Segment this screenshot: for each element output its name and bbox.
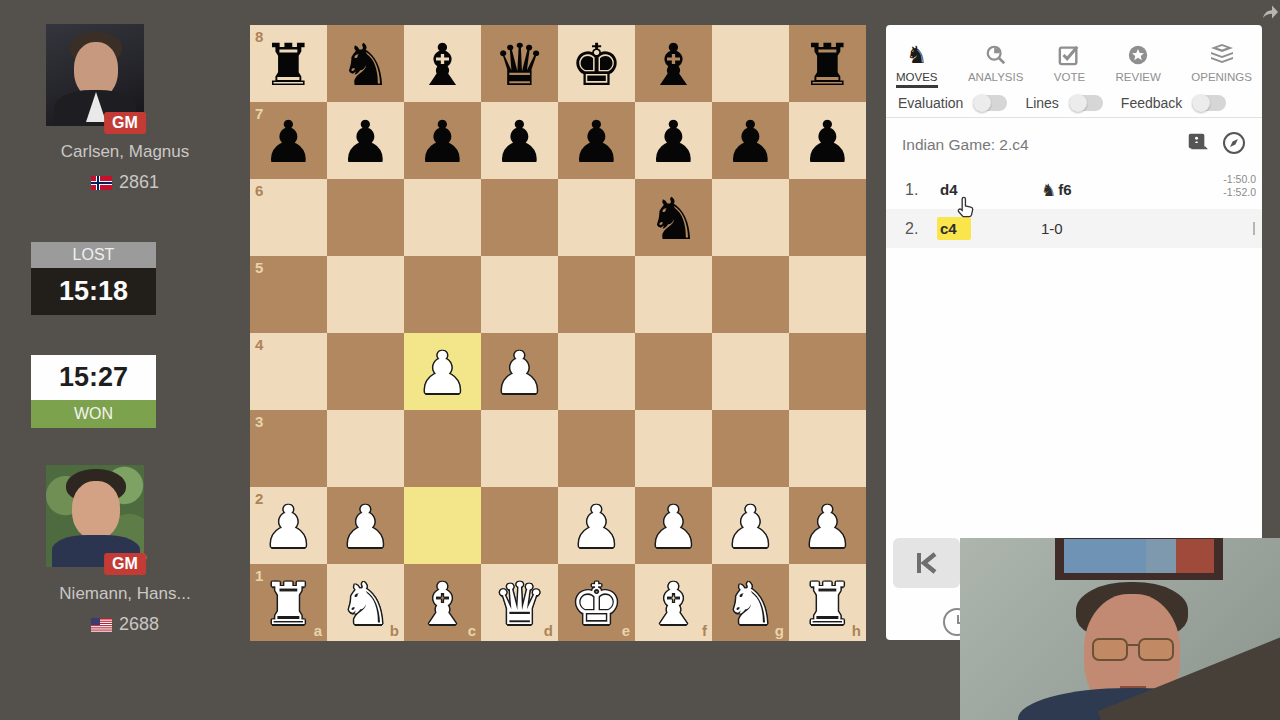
square-h3[interactable] [789, 410, 866, 487]
square-b6[interactable] [327, 179, 404, 256]
toggle-knob [1069, 94, 1087, 112]
rank-label: 4 [255, 336, 263, 353]
usa-flag-icon [91, 618, 112, 632]
collapse-panel-arrow-icon[interactable] [1262, 3, 1279, 25]
square-e7[interactable]: ♟ [558, 102, 635, 179]
toggle-row: Evaluation Lines Feedback [886, 88, 1262, 118]
square-c3[interactable] [404, 410, 481, 487]
black-knight-move-icon: ♞ [1041, 180, 1056, 200]
white-knight-piece: ♞ [327, 564, 404, 641]
square-f4[interactable] [635, 333, 712, 410]
compass-icon[interactable] [1222, 131, 1246, 159]
square-e3[interactable] [558, 410, 635, 487]
picture-frame [1055, 538, 1223, 580]
square-d7[interactable]: ♟ [481, 102, 558, 179]
tab-analysis[interactable]: ANALYSIS [968, 33, 1023, 88]
skip-to-start-icon [913, 551, 941, 575]
square-h8[interactable]: ♜ [789, 25, 866, 102]
square-f6[interactable]: ♞ [635, 179, 712, 256]
opening-book-icon[interactable] [1186, 131, 1208, 159]
white-rook-piece: ♜ [250, 564, 327, 641]
top-player-rating: 2861 [119, 172, 159, 193]
star-circle-icon [1127, 43, 1149, 67]
square-c6[interactable] [404, 179, 481, 256]
move-white-c4-selected[interactable]: c4 [937, 220, 1041, 237]
white-king-piece: ♚ [558, 564, 635, 641]
bottom-player-rating: 2688 [119, 614, 159, 635]
square-h6[interactable] [789, 179, 866, 256]
evaluation-toggle[interactable] [973, 95, 1007, 111]
square-d8[interactable]: ♛ [481, 25, 558, 102]
knight-icon: ♞ [906, 43, 928, 67]
top-player-result-badge: LOST [31, 242, 156, 268]
black-queen-piece: ♛ [481, 25, 558, 102]
square-e5[interactable] [558, 256, 635, 333]
bottom-player-clock: 15:27 WON [31, 355, 156, 428]
black-bishop-piece: ♝ [404, 25, 481, 102]
square-a2[interactable]: 2♟ [250, 487, 327, 564]
square-d4[interactable]: ♟ [481, 333, 558, 410]
square-b4[interactable] [327, 333, 404, 410]
white-pawn-piece: ♟ [789, 487, 866, 564]
square-e4[interactable] [558, 333, 635, 410]
bottom-player-name: Niemann, Hans... [0, 584, 250, 604]
streamer-glasses [1092, 638, 1174, 662]
square-h1[interactable]: h♜ [789, 564, 866, 641]
square-a1[interactable]: 1a♜ [250, 564, 327, 641]
white-pawn-piece: ♟ [558, 487, 635, 564]
square-c2[interactable] [404, 487, 481, 564]
tab-moves[interactable]: ♞ MOVES [896, 33, 938, 88]
evaluation-toggle-label: Evaluation [898, 95, 963, 111]
square-f8[interactable]: ♝ [635, 25, 712, 102]
black-rook-piece: ♜ [250, 25, 327, 102]
black-king-piece: ♚ [558, 25, 635, 102]
square-g7[interactable]: ♟ [712, 102, 789, 179]
bottom-player-photo [46, 465, 144, 567]
black-bishop-piece: ♝ [635, 25, 712, 102]
toggle-knob [973, 94, 991, 112]
square-d5[interactable] [481, 256, 558, 333]
square-e1[interactable]: e♚ [558, 564, 635, 641]
square-c5[interactable] [404, 256, 481, 333]
square-d2[interactable] [481, 487, 558, 564]
square-f1[interactable]: f♝ [635, 564, 712, 641]
square-g8[interactable] [712, 25, 789, 102]
hand-cursor-icon [955, 195, 978, 224]
feedback-toggle-label: Feedback [1121, 95, 1182, 111]
white-pawn-piece: ♟ [250, 487, 327, 564]
rank-label: 5 [255, 259, 263, 276]
square-a4[interactable]: 4 [250, 333, 327, 410]
white-queen-piece: ♛ [481, 564, 558, 641]
tab-review[interactable]: REVIEW [1115, 33, 1160, 88]
top-player-clock: LOST 15:18 [31, 242, 156, 315]
white-pawn-piece: ♟ [327, 487, 404, 564]
square-b3[interactable] [327, 410, 404, 487]
black-pawn-piece: ♟ [404, 102, 481, 179]
square-h4[interactable] [789, 333, 866, 410]
square-h7[interactable]: ♟ [789, 102, 866, 179]
movelist-scrollbar[interactable] [1253, 222, 1255, 235]
lines-toggle-label: Lines [1025, 95, 1058, 111]
square-h5[interactable] [789, 256, 866, 333]
square-h2[interactable]: ♟ [789, 487, 866, 564]
square-g5[interactable] [712, 256, 789, 333]
black-pawn-piece: ♟ [327, 102, 404, 179]
square-g1[interactable]: g♞ [712, 564, 789, 641]
move-white-d4[interactable]: d4 [937, 181, 1041, 198]
square-b8[interactable]: ♞ [327, 25, 404, 102]
square-d1[interactable]: d♛ [481, 564, 558, 641]
black-pawn-piece: ♟ [481, 102, 558, 179]
white-rook-piece: ♜ [789, 564, 866, 641]
white-pawn-piece: ♟ [635, 487, 712, 564]
square-f5[interactable] [635, 256, 712, 333]
square-b1[interactable]: b♞ [327, 564, 404, 641]
square-a7[interactable]: 7♟ [250, 102, 327, 179]
square-a6[interactable]: 6 [250, 179, 327, 256]
checkbox-icon [1058, 43, 1080, 67]
white-knight-piece: ♞ [712, 564, 789, 641]
square-g4[interactable] [712, 333, 789, 410]
square-d3[interactable] [481, 410, 558, 487]
square-f3[interactable] [635, 410, 712, 487]
books-stack-icon [1209, 43, 1235, 67]
move-row-1: 1. d4 ♞ f6 -1:50.0 -1:52.0 [886, 170, 1262, 209]
square-e8[interactable]: ♚ [558, 25, 635, 102]
square-b2[interactable]: ♟ [327, 487, 404, 564]
square-d6[interactable] [481, 179, 558, 256]
square-e6[interactable] [558, 179, 635, 256]
bottom-player-result-badge: WON [31, 400, 156, 428]
square-e2[interactable]: ♟ [558, 487, 635, 564]
game-result: 1-0 [1041, 220, 1262, 237]
square-a8[interactable]: 8♜ [250, 25, 327, 102]
square-b5[interactable] [327, 256, 404, 333]
white-bishop-piece: ♝ [404, 564, 481, 641]
bottom-player-title-badge: GM [104, 553, 146, 575]
white-pawn-piece: ♟ [481, 333, 558, 410]
black-knight-piece: ♞ [327, 25, 404, 102]
players-sidebar: GM Carlsen, Magnus 2861 LOST 15:18 15:27… [0, 0, 250, 720]
black-pawn-piece: ♟ [712, 102, 789, 179]
top-player-time: 15:18 [31, 268, 156, 315]
opening-name: Indian Game: 2.c4 [902, 136, 1186, 154]
rank-label: 3 [255, 413, 263, 430]
move-times: -1:50.0 -1:52.0 [1223, 173, 1256, 199]
square-g2[interactable]: ♟ [712, 487, 789, 564]
black-pawn-piece: ♟ [558, 102, 635, 179]
tab-openings[interactable]: OPENINGS [1191, 33, 1252, 88]
toggle-knob [1192, 94, 1210, 112]
tab-vote[interactable]: VOTE [1054, 33, 1085, 88]
square-a3[interactable]: 3 [250, 410, 327, 487]
square-a5[interactable]: 5 [250, 256, 327, 333]
lines-toggle[interactable] [1069, 95, 1103, 111]
panel-tabs: ♞ MOVES ANALYSIS VOTE REVIEW OPENINGS [886, 25, 1262, 88]
square-c8[interactable]: ♝ [404, 25, 481, 102]
skip-to-start-button[interactable] [893, 538, 960, 588]
magnifier-icon [985, 43, 1007, 67]
square-c4[interactable]: ♟ [404, 333, 481, 410]
square-g6[interactable] [712, 179, 789, 256]
square-c1[interactable]: c♝ [404, 564, 481, 641]
square-f7[interactable]: ♟ [635, 102, 712, 179]
picture-art [1064, 539, 1214, 573]
square-f2[interactable]: ♟ [635, 487, 712, 564]
top-player-photo [46, 24, 144, 126]
chess-board[interactable]: 8♜♞♝♛♚♝♜7♟♟♟♟♟♟♟♟6♞54♟♟32♟♟♟♟♟♟1a♜b♞c♝d♛… [250, 25, 866, 641]
norway-flag-icon [91, 176, 112, 190]
square-g3[interactable] [712, 410, 789, 487]
bottom-player-time: 15:27 [31, 355, 156, 400]
move-number: 2. [905, 220, 937, 238]
move-number: 1. [905, 181, 937, 199]
square-b7[interactable]: ♟ [327, 102, 404, 179]
white-pawn-piece: ♟ [404, 333, 481, 410]
photo-face [72, 481, 120, 539]
top-player-title-badge: GM [104, 112, 146, 134]
rank-label: 6 [255, 182, 263, 199]
feedback-toggle[interactable] [1192, 95, 1226, 111]
black-pawn-piece: ♟ [635, 102, 712, 179]
white-pawn-piece: ♟ [712, 487, 789, 564]
streamer-webcam-video[interactable] [960, 538, 1280, 720]
square-c7[interactable]: ♟ [404, 102, 481, 179]
black-rook-piece: ♜ [789, 25, 866, 102]
black-knight-piece: ♞ [635, 179, 712, 256]
black-pawn-piece: ♟ [250, 102, 327, 179]
move-row-2: 2. c4 1-0 [886, 209, 1262, 248]
black-pawn-piece: ♟ [789, 102, 866, 179]
top-player-name: Carlsen, Magnus [0, 142, 250, 162]
white-bishop-piece: ♝ [635, 564, 712, 641]
